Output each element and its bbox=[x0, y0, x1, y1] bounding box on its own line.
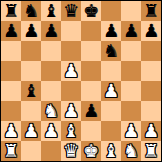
square-f3[interactable] bbox=[101, 101, 121, 121]
piece-white-rook[interactable]: ♜ bbox=[143, 141, 159, 161]
square-b2[interactable]: ♟ bbox=[21, 121, 41, 141]
square-e1[interactable]: ♚ bbox=[81, 141, 101, 161]
square-a6[interactable] bbox=[1, 41, 21, 61]
square-c5[interactable] bbox=[41, 61, 61, 81]
square-e6[interactable] bbox=[81, 41, 101, 61]
square-a4[interactable] bbox=[1, 81, 21, 101]
square-h1[interactable]: ♜ bbox=[141, 141, 161, 161]
square-e7[interactable] bbox=[81, 21, 101, 41]
square-b8[interactable]: ♞ bbox=[21, 1, 41, 21]
piece-white-pawn[interactable]: ♟ bbox=[123, 121, 139, 141]
square-a7[interactable]: ♟ bbox=[1, 21, 21, 41]
piece-black-pawn[interactable]: ♟ bbox=[3, 21, 19, 41]
square-d1[interactable]: ♛ bbox=[61, 141, 81, 161]
square-b3[interactable] bbox=[21, 101, 41, 121]
square-g8[interactable] bbox=[121, 1, 141, 21]
square-g7[interactable]: ♟ bbox=[121, 21, 141, 41]
square-f8[interactable] bbox=[101, 1, 121, 21]
square-e2[interactable] bbox=[81, 121, 101, 141]
square-e3[interactable]: ♟ bbox=[81, 101, 101, 121]
piece-black-rook[interactable]: ♜ bbox=[3, 1, 19, 21]
square-d4[interactable] bbox=[61, 81, 81, 101]
square-h5[interactable] bbox=[141, 61, 161, 81]
square-d6[interactable] bbox=[61, 41, 81, 61]
square-f4[interactable]: ♟ bbox=[101, 81, 121, 101]
piece-white-bishop[interactable]: ♝ bbox=[103, 141, 119, 161]
square-a1[interactable]: ♜ bbox=[1, 141, 21, 161]
piece-white-rook[interactable]: ♜ bbox=[3, 141, 19, 161]
square-c8[interactable]: ♝ bbox=[41, 1, 61, 21]
square-d8[interactable]: ♛ bbox=[61, 1, 81, 21]
piece-black-pawn[interactable]: ♟ bbox=[83, 101, 99, 121]
square-f5[interactable] bbox=[101, 61, 121, 81]
square-h6[interactable] bbox=[141, 41, 161, 61]
square-d5[interactable]: ♟ bbox=[61, 61, 81, 81]
square-f1[interactable]: ♝ bbox=[101, 141, 121, 161]
square-c4[interactable] bbox=[41, 81, 61, 101]
square-g5[interactable] bbox=[121, 61, 141, 81]
piece-black-pawn[interactable]: ♟ bbox=[43, 21, 59, 41]
board-wrap: ♜♞♝♛♚♜♟♟♟♟♟♟♞♟♝♟♞♟♟♟♟♟♝♟♟♜♛♚♝♞♜ bbox=[0, 0, 162, 162]
piece-white-pawn[interactable]: ♟ bbox=[63, 101, 79, 121]
piece-white-king[interactable]: ♚ bbox=[83, 141, 99, 161]
square-c6[interactable] bbox=[41, 41, 61, 61]
square-a2[interactable]: ♟ bbox=[1, 121, 21, 141]
piece-black-rook[interactable]: ♜ bbox=[143, 1, 159, 21]
piece-white-pawn[interactable]: ♟ bbox=[143, 121, 159, 141]
piece-white-pawn[interactable]: ♟ bbox=[3, 121, 19, 141]
square-b7[interactable]: ♟ bbox=[21, 21, 41, 41]
square-c3[interactable]: ♞ bbox=[41, 101, 61, 121]
square-f7[interactable]: ♟ bbox=[101, 21, 121, 41]
piece-black-king[interactable]: ♚ bbox=[83, 1, 99, 21]
square-g3[interactable] bbox=[121, 101, 141, 121]
chess-board: ♜♞♝♛♚♜♟♟♟♟♟♟♞♟♝♟♞♟♟♟♟♟♝♟♟♜♛♚♝♞♜ bbox=[0, 0, 162, 162]
square-b4[interactable]: ♝ bbox=[21, 81, 41, 101]
piece-black-pawn[interactable]: ♟ bbox=[123, 21, 139, 41]
square-d7[interactable] bbox=[61, 21, 81, 41]
square-c1[interactable] bbox=[41, 141, 61, 161]
piece-white-pawn[interactable]: ♟ bbox=[43, 121, 59, 141]
piece-white-pawn[interactable]: ♟ bbox=[23, 121, 39, 141]
square-h8[interactable]: ♜ bbox=[141, 1, 161, 21]
square-a5[interactable] bbox=[1, 61, 21, 81]
piece-black-knight[interactable]: ♞ bbox=[23, 1, 39, 21]
square-h3[interactable] bbox=[141, 101, 161, 121]
square-h7[interactable]: ♟ bbox=[141, 21, 161, 41]
square-e5[interactable] bbox=[81, 61, 101, 81]
square-d2[interactable]: ♝ bbox=[61, 121, 81, 141]
piece-black-pawn[interactable]: ♟ bbox=[143, 21, 159, 41]
piece-black-queen[interactable]: ♛ bbox=[63, 1, 79, 21]
piece-white-queen[interactable]: ♛ bbox=[63, 141, 79, 161]
square-f6[interactable]: ♞ bbox=[101, 41, 121, 61]
square-b5[interactable] bbox=[21, 61, 41, 81]
square-g4[interactable] bbox=[121, 81, 141, 101]
piece-white-pawn[interactable]: ♟ bbox=[63, 61, 79, 81]
square-c2[interactable]: ♟ bbox=[41, 121, 61, 141]
piece-white-bishop[interactable]: ♝ bbox=[63, 121, 79, 141]
square-g6[interactable] bbox=[121, 41, 141, 61]
piece-black-pawn[interactable]: ♟ bbox=[23, 21, 39, 41]
square-d3[interactable]: ♟ bbox=[61, 101, 81, 121]
square-h4[interactable] bbox=[141, 81, 161, 101]
square-e8[interactable]: ♚ bbox=[81, 1, 101, 21]
square-e4[interactable] bbox=[81, 81, 101, 101]
piece-black-bishop[interactable]: ♝ bbox=[43, 1, 59, 21]
piece-white-knight[interactable]: ♞ bbox=[123, 141, 139, 161]
square-h2[interactable]: ♟ bbox=[141, 121, 161, 141]
piece-white-pawn[interactable]: ♟ bbox=[103, 81, 119, 101]
piece-black-knight[interactable]: ♞ bbox=[103, 41, 119, 61]
piece-black-bishop[interactable]: ♝ bbox=[23, 81, 39, 101]
square-a8[interactable]: ♜ bbox=[1, 1, 21, 21]
square-b1[interactable] bbox=[21, 141, 41, 161]
square-g1[interactable]: ♞ bbox=[121, 141, 141, 161]
square-b6[interactable] bbox=[21, 41, 41, 61]
piece-white-knight[interactable]: ♞ bbox=[43, 101, 59, 121]
piece-black-pawn[interactable]: ♟ bbox=[103, 21, 119, 41]
square-f2[interactable] bbox=[101, 121, 121, 141]
square-c7[interactable]: ♟ bbox=[41, 21, 61, 41]
square-g2[interactable]: ♟ bbox=[121, 121, 141, 141]
square-a3[interactable] bbox=[1, 101, 21, 121]
